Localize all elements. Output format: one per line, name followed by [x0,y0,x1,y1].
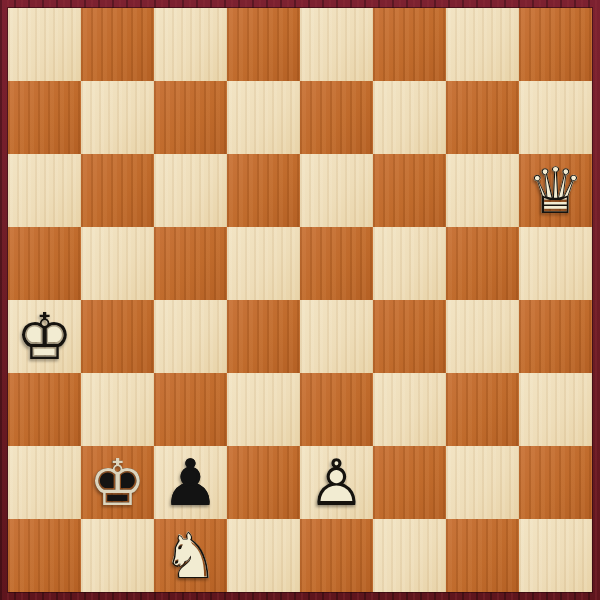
square-f4[interactable] [373,300,446,373]
square-f6[interactable] [373,154,446,227]
square-c7[interactable] [154,81,227,154]
white-pawn[interactable]: ♟♙ [300,446,373,519]
square-a1[interactable] [8,519,81,592]
square-d6[interactable] [227,154,300,227]
square-d4[interactable] [227,300,300,373]
square-e6[interactable] [300,154,373,227]
square-e7[interactable] [300,81,373,154]
square-d3[interactable] [227,373,300,446]
black-king[interactable]: ♚♔ [81,446,154,519]
square-a2[interactable] [8,446,81,519]
square-a5[interactable] [8,227,81,300]
square-h5[interactable] [519,227,592,300]
square-g3[interactable] [446,373,519,446]
square-b8[interactable] [81,8,154,81]
square-h2[interactable] [519,446,592,519]
square-g5[interactable] [446,227,519,300]
square-a7[interactable] [8,81,81,154]
square-g8[interactable] [446,8,519,81]
square-f7[interactable] [373,81,446,154]
square-g7[interactable] [446,81,519,154]
square-d8[interactable] [227,8,300,81]
square-a4[interactable]: ♚♔ [8,300,81,373]
white-knight[interactable]: ♞♘ [154,519,227,592]
square-f5[interactable] [373,227,446,300]
square-f3[interactable] [373,373,446,446]
square-c5[interactable] [154,227,227,300]
square-e5[interactable] [300,227,373,300]
square-b3[interactable] [81,373,154,446]
square-h7[interactable] [519,81,592,154]
white-queen[interactable]: ♛♕ [519,154,592,227]
white-pawn-outline-glyph: ♙ [300,446,373,519]
square-d2[interactable] [227,446,300,519]
square-c8[interactable] [154,8,227,81]
square-e3[interactable] [300,373,373,446]
board-frame: ♛♕♚♔♚♔♟♙♟♙♞♘ [0,0,600,600]
black-king-outline-glyph: ♔ [81,446,154,519]
square-c4[interactable] [154,300,227,373]
square-e1[interactable] [300,519,373,592]
square-e8[interactable] [300,8,373,81]
square-f8[interactable] [373,8,446,81]
square-d7[interactable] [227,81,300,154]
square-h8[interactable] [519,8,592,81]
square-h1[interactable] [519,519,592,592]
square-a6[interactable] [8,154,81,227]
square-b2[interactable]: ♚♔ [81,446,154,519]
black-pawn-outline-glyph: ♙ [154,446,227,519]
square-a8[interactable] [8,8,81,81]
white-king-outline-glyph: ♔ [8,300,81,373]
square-b7[interactable] [81,81,154,154]
square-d5[interactable] [227,227,300,300]
white-knight-outline-glyph: ♘ [154,519,227,592]
square-c3[interactable] [154,373,227,446]
square-c6[interactable] [154,154,227,227]
square-c2[interactable]: ♟♙ [154,446,227,519]
square-h4[interactable] [519,300,592,373]
square-b1[interactable] [81,519,154,592]
square-h3[interactable] [519,373,592,446]
square-f1[interactable] [373,519,446,592]
square-h6[interactable]: ♛♕ [519,154,592,227]
white-king[interactable]: ♚♔ [8,300,81,373]
white-queen-outline-glyph: ♕ [519,154,592,227]
square-e2[interactable]: ♟♙ [300,446,373,519]
black-pawn[interactable]: ♟♙ [154,446,227,519]
square-f2[interactable] [373,446,446,519]
square-a3[interactable] [8,373,81,446]
square-g1[interactable] [446,519,519,592]
square-g2[interactable] [446,446,519,519]
chess-board: ♛♕♚♔♚♔♟♙♟♙♞♘ [8,8,592,592]
square-b5[interactable] [81,227,154,300]
square-g4[interactable] [446,300,519,373]
square-c1[interactable]: ♞♘ [154,519,227,592]
square-b4[interactable] [81,300,154,373]
square-e4[interactable] [300,300,373,373]
square-g6[interactable] [446,154,519,227]
square-d1[interactable] [227,519,300,592]
square-b6[interactable] [81,154,154,227]
